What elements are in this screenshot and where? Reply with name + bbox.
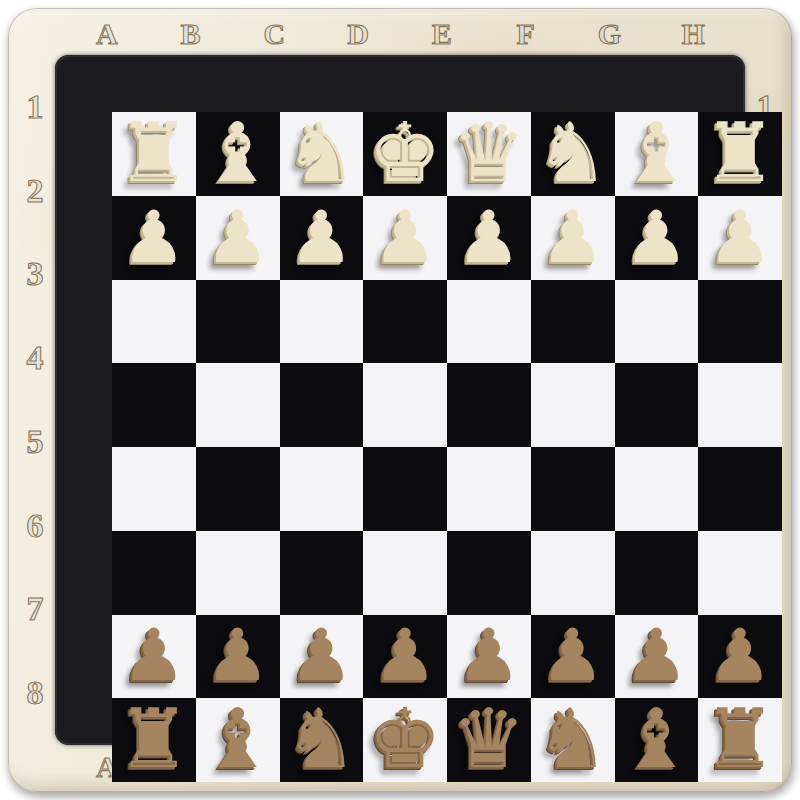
file-label-f-top: F (484, 10, 568, 58)
square-c2[interactable]: ♟ (280, 196, 364, 280)
piece-tan-pawn[interactable]: ♟ (373, 619, 438, 691)
square-c3[interactable] (280, 280, 364, 364)
file-label-d-top: D (316, 10, 400, 58)
file-label-g-top: G (568, 10, 652, 58)
piece-cream-knight[interactable]: ♞ (536, 112, 610, 194)
square-d7[interactable]: ♟ (363, 615, 447, 699)
square-b4[interactable] (196, 363, 280, 447)
square-a5[interactable] (112, 447, 196, 531)
piece-tan-pawn[interactable]: ♟ (624, 619, 689, 691)
square-g8[interactable]: ♝ (615, 698, 699, 782)
square-e6[interactable] (447, 531, 531, 615)
piece-tan-queen[interactable]: ♛ (452, 698, 526, 780)
file-label-b-top: B (149, 10, 233, 58)
square-d8[interactable]: ♚ (363, 698, 447, 782)
piece-tan-bishop[interactable]: ♝ (620, 698, 694, 780)
square-c4[interactable] (280, 363, 364, 447)
square-f5[interactable] (531, 447, 615, 531)
square-h2[interactable]: ♟ (698, 196, 782, 280)
square-e1[interactable]: ♛ (447, 112, 531, 196)
square-a1[interactable]: ♜ (112, 112, 196, 196)
rank-label-2-left: 2 (12, 149, 58, 233)
square-f2[interactable]: ♟ (531, 196, 615, 280)
piece-cream-pawn[interactable]: ♟ (373, 201, 438, 273)
square-h3[interactable] (698, 280, 782, 364)
square-e2[interactable]: ♟ (447, 196, 531, 280)
square-a8[interactable]: ♜ (112, 698, 196, 782)
square-h4[interactable] (698, 363, 782, 447)
rank-label-6-left: 6 (12, 484, 58, 568)
square-c5[interactable] (280, 447, 364, 531)
square-d2[interactable]: ♟ (363, 196, 447, 280)
square-b7[interactable]: ♟ (196, 615, 280, 699)
square-h8[interactable]: ♜ (698, 698, 782, 782)
square-f6[interactable] (531, 531, 615, 615)
piece-tan-pawn[interactable]: ♟ (289, 619, 354, 691)
piece-cream-rook[interactable]: ♜ (117, 112, 191, 194)
square-h7[interactable]: ♟ (698, 615, 782, 699)
square-d5[interactable] (363, 447, 447, 531)
square-a6[interactable] (112, 531, 196, 615)
square-g2[interactable]: ♟ (615, 196, 699, 280)
square-h1[interactable]: ♜ (698, 112, 782, 196)
square-g6[interactable] (615, 531, 699, 615)
piece-cream-rook[interactable]: ♜ (703, 112, 777, 194)
rank-label-7-left: 7 (12, 568, 58, 652)
piece-cream-pawn[interactable]: ♟ (624, 201, 689, 273)
square-f1[interactable]: ♞ (531, 112, 615, 196)
square-g4[interactable] (615, 363, 699, 447)
square-b8[interactable]: ♝ (196, 698, 280, 782)
piece-tan-pawn[interactable]: ♟ (540, 619, 605, 691)
square-h6[interactable] (698, 531, 782, 615)
square-b5[interactable] (196, 447, 280, 531)
piece-cream-bishop[interactable]: ♝ (201, 112, 275, 194)
piece-cream-pawn[interactable]: ♟ (457, 201, 522, 273)
rank-labels-left: 12345678 (12, 65, 58, 735)
piece-cream-bishop[interactable]: ♝ (620, 112, 694, 194)
piece-cream-knight[interactable]: ♞ (285, 112, 359, 194)
piece-tan-pawn[interactable]: ♟ (205, 619, 270, 691)
rank-label-3-left: 3 (12, 233, 58, 317)
square-a7[interactable]: ♟ (112, 615, 196, 699)
square-f8[interactable]: ♞ (531, 698, 615, 782)
piece-cream-queen[interactable]: ♛ (452, 112, 526, 194)
rank-label-8-left: 8 (12, 651, 58, 735)
square-f7[interactable]: ♟ (531, 615, 615, 699)
square-c8[interactable]: ♞ (280, 698, 364, 782)
square-f3[interactable] (531, 280, 615, 364)
square-g7[interactable]: ♟ (615, 615, 699, 699)
square-b3[interactable] (196, 280, 280, 364)
square-e7[interactable]: ♟ (447, 615, 531, 699)
chess-board: ♜♝♞♚♛♞♝♜♟♟♟♟♟♟♟♟♟♟♟♟♟♟♟♟♜♝♞♚♛♞♝♜ (112, 112, 782, 782)
square-d4[interactable] (363, 363, 447, 447)
piece-tan-pawn[interactable]: ♟ (708, 619, 773, 691)
square-e3[interactable] (447, 280, 531, 364)
piece-tan-bishop[interactable]: ♝ (201, 698, 275, 780)
file-label-h-top: H (651, 10, 735, 58)
square-b1[interactable]: ♝ (196, 112, 280, 196)
piece-cream-king[interactable]: ♚ (368, 112, 442, 194)
square-d3[interactable] (363, 280, 447, 364)
piece-tan-king[interactable]: ♚ (368, 698, 442, 780)
square-f4[interactable] (531, 363, 615, 447)
rank-label-1-left: 1 (12, 65, 58, 149)
piece-tan-knight[interactable]: ♞ (536, 698, 610, 780)
square-d1[interactable]: ♚ (363, 112, 447, 196)
square-b6[interactable] (196, 531, 280, 615)
rank-label-5-left: 5 (12, 400, 58, 484)
square-a4[interactable] (112, 363, 196, 447)
square-c7[interactable]: ♟ (280, 615, 364, 699)
square-g5[interactable] (615, 447, 699, 531)
square-d6[interactable] (363, 531, 447, 615)
square-g1[interactable]: ♝ (615, 112, 699, 196)
file-label-c-top: C (233, 10, 317, 58)
file-labels-top: ABCDEFGH (65, 10, 735, 58)
square-a2[interactable]: ♟ (112, 196, 196, 280)
square-e4[interactable] (447, 363, 531, 447)
square-b2[interactable]: ♟ (196, 196, 280, 280)
board-frame: ♜♝♞♚♛♞♝♜♟♟♟♟♟♟♟♟♟♟♟♟♟♟♟♟♜♝♞♚♛♞♝♜ (55, 55, 745, 745)
piece-cream-pawn[interactable]: ♟ (708, 201, 773, 273)
piece-tan-knight[interactable]: ♞ (285, 698, 359, 780)
piece-tan-pawn[interactable]: ♟ (457, 619, 522, 691)
square-g3[interactable] (615, 280, 699, 364)
piece-cream-pawn[interactable]: ♟ (205, 201, 270, 273)
square-a3[interactable] (112, 280, 196, 364)
file-label-e-top: E (400, 10, 484, 58)
piece-tan-pawn[interactable]: ♟ (122, 619, 187, 691)
square-e8[interactable]: ♛ (447, 698, 531, 782)
piece-tan-rook[interactable]: ♜ (117, 698, 191, 780)
square-c1[interactable]: ♞ (280, 112, 364, 196)
square-e5[interactable] (447, 447, 531, 531)
square-c6[interactable] (280, 531, 364, 615)
piece-cream-pawn[interactable]: ♟ (540, 201, 605, 273)
piece-tan-rook[interactable]: ♜ (703, 698, 777, 780)
piece-cream-pawn[interactable]: ♟ (122, 201, 187, 273)
square-h5[interactable] (698, 447, 782, 531)
piece-cream-pawn[interactable]: ♟ (289, 201, 354, 273)
rank-label-4-left: 4 (12, 316, 58, 400)
wooden-frame: ABCDEFGH ABCDEFGH 12345678 12345678 ♜♝♞♚… (8, 8, 792, 792)
file-label-a-top: A (65, 10, 149, 58)
